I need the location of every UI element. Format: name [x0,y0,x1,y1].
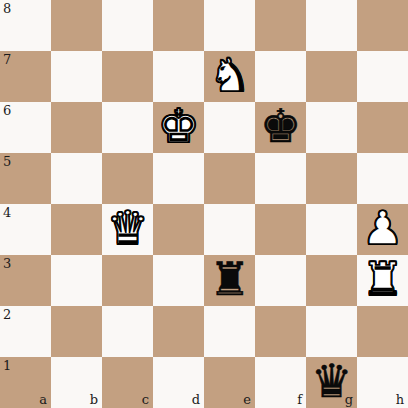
square-d3[interactable] [153,255,204,306]
file-label-e: e [243,393,251,407]
square-c7[interactable] [102,51,153,102]
square-b2[interactable] [51,306,102,357]
square-e8[interactable] [204,0,255,51]
white-rook-h3[interactable]: ♜ [357,254,408,305]
square-a5[interactable]: 5 [0,153,51,204]
square-h3[interactable]: ♜ [357,255,408,306]
rank-label-5: 5 [3,155,11,169]
square-f3[interactable] [255,255,306,306]
square-a8[interactable]: 8 [0,0,51,51]
square-g2[interactable] [306,306,357,357]
square-g6[interactable] [306,102,357,153]
square-e4[interactable] [204,204,255,255]
square-b1[interactable]: b [51,357,102,408]
square-f4[interactable] [255,204,306,255]
rank-label-1: 1 [3,359,11,373]
square-a1[interactable]: 1a [0,357,51,408]
white-pawn-h4[interactable]: ♟ [357,203,408,254]
square-b3[interactable] [51,255,102,306]
file-label-c: c [142,393,149,407]
square-c1[interactable]: c [102,357,153,408]
chess-board: 87♞6♚♚54♛♟3♜♜21abcdef♛gh [0,0,408,408]
square-d6[interactable]: ♚ [153,102,204,153]
square-g7[interactable] [306,51,357,102]
square-f7[interactable] [255,51,306,102]
square-g4[interactable] [306,204,357,255]
square-h6[interactable] [357,102,408,153]
square-h1[interactable]: h [357,357,408,408]
rank-label-7: 7 [3,53,11,67]
square-d7[interactable] [153,51,204,102]
square-a7[interactable]: 7 [0,51,51,102]
square-e3[interactable]: ♜ [204,255,255,306]
square-c8[interactable] [102,0,153,51]
square-f8[interactable] [255,0,306,51]
square-f1[interactable]: f [255,357,306,408]
square-h5[interactable] [357,153,408,204]
file-label-a: a [39,393,47,407]
rank-label-2: 2 [3,308,11,322]
square-g8[interactable] [306,0,357,51]
white-knight-e7[interactable]: ♞ [204,50,255,101]
square-d2[interactable] [153,306,204,357]
square-b7[interactable] [51,51,102,102]
square-e5[interactable] [204,153,255,204]
square-d5[interactable] [153,153,204,204]
square-a3[interactable]: 3 [0,255,51,306]
square-d8[interactable] [153,0,204,51]
file-label-d: d [192,393,200,407]
black-queen-g1[interactable]: ♛ [306,356,357,407]
square-c3[interactable] [102,255,153,306]
square-g1[interactable]: ♛g [306,357,357,408]
square-a6[interactable]: 6 [0,102,51,153]
square-e1[interactable]: e [204,357,255,408]
square-a2[interactable]: 2 [0,306,51,357]
black-rook-e3[interactable]: ♜ [204,254,255,305]
rank-label-3: 3 [3,257,11,271]
square-b4[interactable] [51,204,102,255]
square-b5[interactable] [51,153,102,204]
square-f5[interactable] [255,153,306,204]
rank-label-4: 4 [3,206,11,220]
square-d4[interactable] [153,204,204,255]
square-c6[interactable] [102,102,153,153]
square-g3[interactable] [306,255,357,306]
square-h2[interactable] [357,306,408,357]
black-king-f6[interactable]: ♚ [255,101,306,152]
square-b6[interactable] [51,102,102,153]
square-h8[interactable] [357,0,408,51]
square-a4[interactable]: 4 [0,204,51,255]
square-g5[interactable] [306,153,357,204]
square-d1[interactable]: d [153,357,204,408]
rank-label-6: 6 [3,104,11,118]
square-e6[interactable] [204,102,255,153]
square-c2[interactable] [102,306,153,357]
square-h4[interactable]: ♟ [357,204,408,255]
white-king-d6[interactable]: ♚ [153,101,204,152]
square-e7[interactable]: ♞ [204,51,255,102]
square-f6[interactable]: ♚ [255,102,306,153]
square-h7[interactable] [357,51,408,102]
white-queen-c4[interactable]: ♛ [102,203,153,254]
square-e2[interactable] [204,306,255,357]
square-c5[interactable] [102,153,153,204]
file-label-f: f [297,393,302,407]
square-f2[interactable] [255,306,306,357]
square-b8[interactable] [51,0,102,51]
rank-label-8: 8 [3,2,11,16]
file-label-h: h [396,393,404,407]
file-label-b: b [90,393,98,407]
square-c4[interactable]: ♛ [102,204,153,255]
